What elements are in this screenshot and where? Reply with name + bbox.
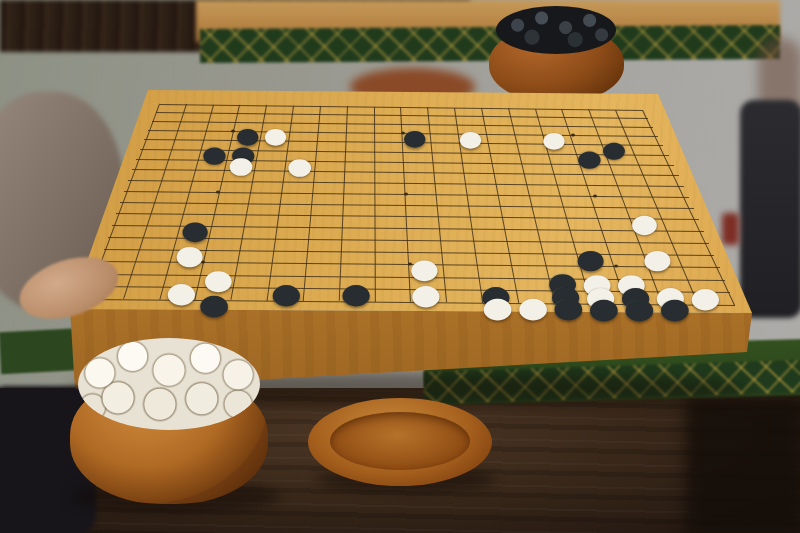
white-stones-heap [78,338,260,430]
table-corner-shadow [686,396,800,533]
red-accent-blur [722,213,739,245]
bowl-lid-inner [330,412,470,470]
black-stone-bowl [486,6,628,102]
bowl-lid [308,398,492,486]
black-stones-heap [496,6,616,54]
go-photo-scene: ●●●●●●●●●●●●●●●●●●●●●●●●●●●●●●●●●●●●●● [0,0,800,533]
tripod-blur [740,100,800,318]
white-stone-bowl [62,330,277,510]
